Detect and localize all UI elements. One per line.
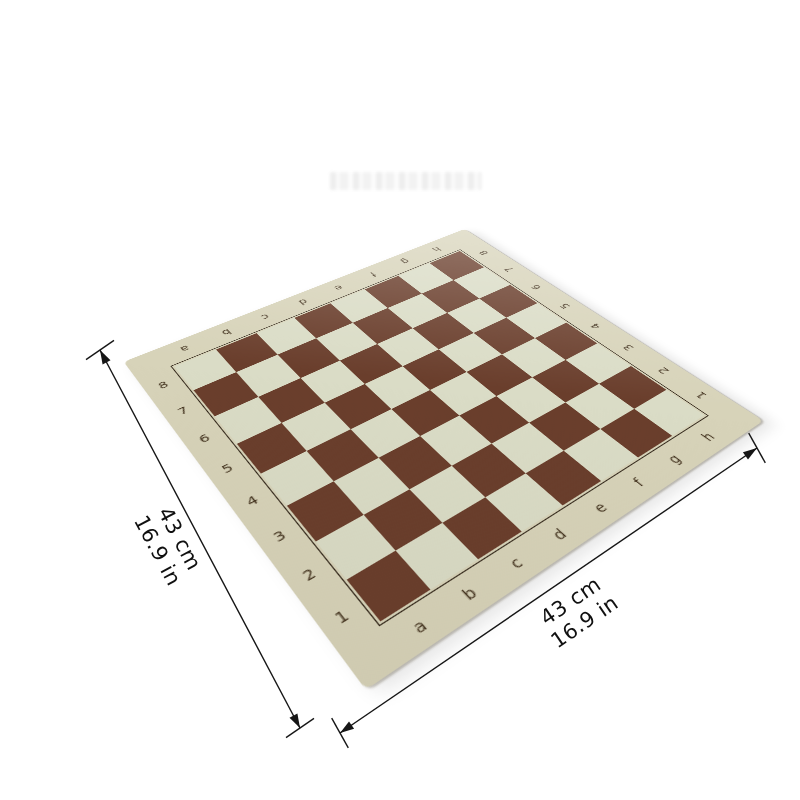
rank-label-right-1-text: 1 — [692, 390, 710, 401]
rank-label-left-2-text: 2 — [299, 565, 319, 584]
rank-label-right-4-text: 4 — [587, 322, 603, 331]
rank-label-left-6-text: 6 — [196, 432, 212, 446]
file-label-bottom-b-text: b — [459, 584, 481, 604]
file-label-top-c-text: c — [259, 312, 272, 321]
file-label-bottom-e-text: e — [590, 500, 611, 516]
rank-label-right-2-text: 2 — [655, 365, 672, 375]
rank-label-right-7-text: 7 — [502, 266, 517, 274]
product-photo-scene: aabbccddeeffgghh8877665544332211 43 cm 1… — [0, 0, 800, 800]
board-perspective-wrapper: aabbccddeeffgghh8877665544332211 — [124, 229, 764, 690]
rank-label-left-3-text: 3 — [270, 527, 289, 544]
rank-label-left-1-text: 1 — [331, 606, 352, 627]
file-label-top-g-text: g — [398, 258, 411, 266]
file-label-bottom-a-text: a — [409, 616, 431, 637]
watermark — [330, 172, 482, 190]
rank-label-left-7-text: 7 — [175, 404, 190, 417]
rank-label-right-3-text: 3 — [620, 343, 637, 353]
file-label-bottom-g-text: g — [664, 452, 684, 466]
file-label-bottom-d-text: d — [549, 526, 570, 543]
file-label-bottom-h-text: h — [698, 430, 718, 444]
rank-label-left-5-text: 5 — [219, 461, 236, 476]
chess-board: aabbccddeeffgghh8877665544332211 — [124, 229, 764, 690]
side-dimension-label: 43 cm 16.9 in — [128, 500, 208, 591]
chess-board-grid — [170, 249, 708, 626]
file-label-top-a-text: a — [178, 344, 192, 354]
rank-label-right-5-text: 5 — [557, 302, 573, 310]
file-label-top-h-text: h — [430, 246, 443, 254]
file-label-top-e-text: e — [332, 284, 346, 293]
file-label-bottom-c-text: c — [506, 554, 527, 572]
file-label-top-f-text: f — [367, 271, 378, 278]
file-label-top-d-text: d — [296, 298, 310, 307]
file-label-bottom-f-text: f — [630, 476, 648, 489]
rank-label-right-6-text: 6 — [528, 283, 543, 291]
rank-label-left-4-text: 4 — [243, 493, 261, 509]
rank-label-left-8-text: 8 — [156, 379, 171, 391]
file-label-top-b-text: b — [219, 328, 233, 338]
rank-label-right-8-text: 8 — [476, 249, 490, 256]
bottom-dimension-label: 43 cm 16.9 in — [532, 570, 623, 654]
